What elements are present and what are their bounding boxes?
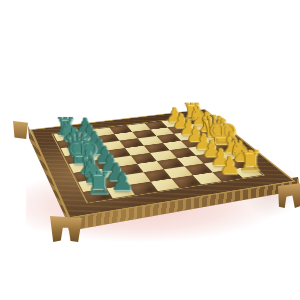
chess-board: ♜♟♟♜♞♟♟♞♝♟♟♝♛♟♟♛♚♟♟♚♝♟♟♝♞♟♟♞♜♟♟♜ xyxy=(30,109,296,218)
piece-white-pawn: ♟ xyxy=(219,154,241,178)
piece-black-rook: ♜ xyxy=(86,168,113,198)
perspective-scene: ♜♟♟♜♞♟♟♞♝♟♟♝♛♟♟♛♚♟♟♚♝♟♟♝♞♟♟♞♜♟♟♜ xyxy=(0,0,300,300)
piece-black-pawn: ♟ xyxy=(111,169,134,194)
chess-set-photo: ♜♟♟♜♞♟♟♞♝♟♟♝♛♟♟♛♚♟♟♚♝♟♟♝♞♟♟♞♜♟♟♜ xyxy=(0,0,300,300)
piece-white-rook: ♜ xyxy=(238,147,263,175)
square-h5 xyxy=(150,178,179,191)
square-h8: ♜ xyxy=(83,188,112,202)
square-h4 xyxy=(171,175,200,188)
